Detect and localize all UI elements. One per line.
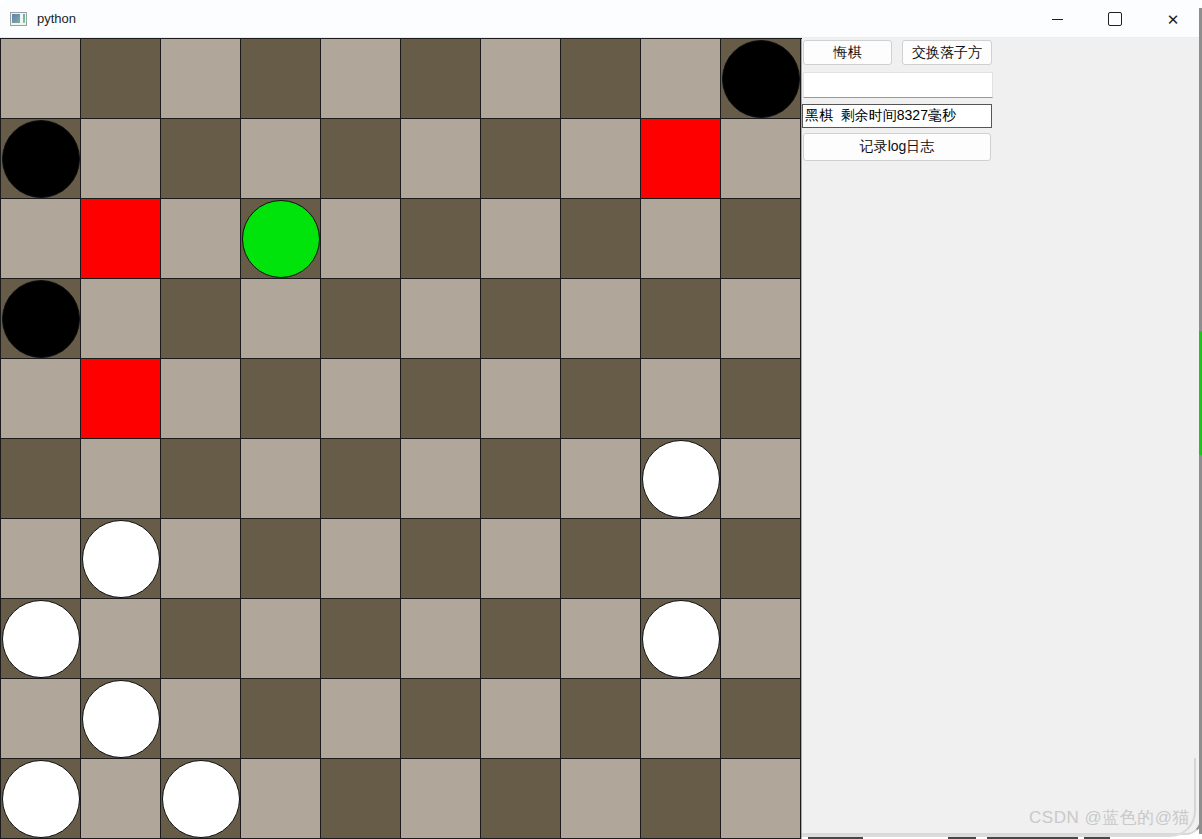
black-piece[interactable] xyxy=(2,280,80,358)
board-cell[interactable] xyxy=(81,519,161,599)
board-cell[interactable] xyxy=(641,599,721,679)
board-cell[interactable] xyxy=(1,39,81,119)
board-cell[interactable] xyxy=(561,39,641,119)
board-cell[interactable] xyxy=(721,119,801,199)
board-cell[interactable] xyxy=(321,279,401,359)
board-cell[interactable] xyxy=(641,679,721,759)
close-icon: ✕ xyxy=(1167,12,1180,27)
board-cell[interactable] xyxy=(81,679,161,759)
board-cell[interactable] xyxy=(641,759,721,839)
window-controls: ✕ xyxy=(1028,0,1202,38)
board-cell[interactable] xyxy=(641,359,721,439)
board[interactable] xyxy=(0,38,802,839)
minimize-button[interactable] xyxy=(1028,0,1086,38)
board-cell[interactable] xyxy=(1,199,81,279)
board-cell[interactable] xyxy=(401,119,481,199)
board-cell[interactable] xyxy=(161,279,241,359)
black-piece[interactable] xyxy=(722,40,800,118)
board-cell[interactable] xyxy=(81,359,161,439)
maximize-icon xyxy=(1108,12,1122,26)
board-cell[interactable] xyxy=(1,439,81,519)
board-cell[interactable] xyxy=(401,759,481,839)
board-cell[interactable] xyxy=(561,279,641,359)
board-cell[interactable] xyxy=(641,119,721,199)
move-input[interactable] xyxy=(803,72,993,98)
board-cell[interactable] xyxy=(721,439,801,519)
board-cell[interactable] xyxy=(481,519,561,599)
board-cell[interactable] xyxy=(161,599,241,679)
board-cell[interactable] xyxy=(241,279,321,359)
board-cell[interactable] xyxy=(161,199,241,279)
board-cell[interactable] xyxy=(481,119,561,199)
board-cell[interactable] xyxy=(561,599,641,679)
board-cell[interactable] xyxy=(81,759,161,839)
board-cell[interactable] xyxy=(1,519,81,599)
board-cell[interactable] xyxy=(241,439,321,519)
board-cell[interactable] xyxy=(241,759,321,839)
board-cell[interactable] xyxy=(161,679,241,759)
log-button[interactable]: 记录log日志 xyxy=(803,133,991,161)
board-cell[interactable] xyxy=(161,519,241,599)
undo-move-button[interactable]: 悔棋 xyxy=(803,40,892,65)
white-piece[interactable] xyxy=(2,760,80,838)
close-button[interactable]: ✕ xyxy=(1144,0,1202,38)
board-cell[interactable] xyxy=(721,759,801,839)
board-cell[interactable] xyxy=(1,119,81,199)
board-cell[interactable] xyxy=(561,119,641,199)
board-cell[interactable] xyxy=(1,279,81,359)
board-cell[interactable] xyxy=(561,439,641,519)
white-piece[interactable] xyxy=(642,600,720,678)
board-cell[interactable] xyxy=(321,119,401,199)
board-cell[interactable] xyxy=(641,519,721,599)
board-cell[interactable] xyxy=(241,119,321,199)
board-cell[interactable] xyxy=(641,199,721,279)
board-cell[interactable] xyxy=(561,199,641,279)
board-cell[interactable] xyxy=(321,39,401,119)
app-icon-pane xyxy=(12,14,20,23)
board-cell[interactable] xyxy=(721,359,801,439)
board-cell[interactable] xyxy=(241,519,321,599)
board-cell[interactable] xyxy=(321,199,401,279)
green-piece[interactable] xyxy=(242,200,320,278)
board-cell[interactable] xyxy=(1,759,81,839)
board-cell[interactable] xyxy=(561,679,641,759)
board-cell[interactable] xyxy=(721,519,801,599)
board-cell[interactable] xyxy=(81,39,161,119)
board-cell[interactable] xyxy=(481,599,561,679)
white-piece[interactable] xyxy=(162,760,240,838)
board-cell[interactable] xyxy=(401,279,481,359)
board-cell[interactable] xyxy=(401,599,481,679)
board-cell[interactable] xyxy=(481,759,561,839)
board-cell[interactable] xyxy=(241,599,321,679)
board-cell[interactable] xyxy=(721,199,801,279)
board-cell[interactable] xyxy=(161,119,241,199)
window-title: python xyxy=(37,11,76,26)
board-cell[interactable] xyxy=(481,39,561,119)
board-cell[interactable] xyxy=(81,119,161,199)
board-cell[interactable] xyxy=(561,359,641,439)
board-cell[interactable] xyxy=(81,199,161,279)
white-piece[interactable] xyxy=(82,680,160,758)
board-cell[interactable] xyxy=(161,39,241,119)
board-cell[interactable] xyxy=(721,279,801,359)
title-bar: python xyxy=(0,0,1202,38)
minimize-icon xyxy=(1052,19,1063,20)
board-cell[interactable] xyxy=(161,359,241,439)
board-cell[interactable] xyxy=(481,439,561,519)
board-cell[interactable] xyxy=(81,279,161,359)
board-cell[interactable] xyxy=(721,599,801,679)
watermark-text: CSDN @蓝色的@猫 xyxy=(1029,806,1190,829)
board-cell[interactable] xyxy=(721,679,801,759)
board-cell[interactable] xyxy=(401,39,481,119)
board-cell[interactable] xyxy=(241,199,321,279)
board-cell[interactable] xyxy=(321,519,401,599)
board-cell[interactable] xyxy=(321,359,401,439)
board-cell[interactable] xyxy=(561,519,641,599)
board-cell[interactable] xyxy=(321,439,401,519)
board-cell[interactable] xyxy=(1,359,81,439)
board-cell[interactable] xyxy=(561,759,641,839)
board-cell[interactable] xyxy=(641,439,721,519)
maximize-button[interactable] xyxy=(1086,0,1144,38)
board-cell[interactable] xyxy=(241,39,321,119)
white-piece[interactable] xyxy=(642,440,720,518)
board-cell[interactable] xyxy=(401,439,481,519)
board-cell[interactable] xyxy=(641,39,721,119)
board-cell[interactable] xyxy=(1,599,81,679)
board-cell[interactable] xyxy=(401,679,481,759)
turn-timer-label: 黑棋 剩余时间8327毫秒 xyxy=(802,104,992,128)
board-cell[interactable] xyxy=(481,679,561,759)
black-piece[interactable] xyxy=(2,120,80,198)
board-cell[interactable] xyxy=(481,359,561,439)
board-cell[interactable] xyxy=(321,599,401,679)
board-cell[interactable] xyxy=(481,279,561,359)
white-piece[interactable] xyxy=(82,520,160,598)
board-cell[interactable] xyxy=(161,759,241,839)
board-cell[interactable] xyxy=(481,199,561,279)
board-cell[interactable] xyxy=(401,199,481,279)
board-cell[interactable] xyxy=(81,439,161,519)
white-piece[interactable] xyxy=(2,600,80,678)
board-cell[interactable] xyxy=(161,439,241,519)
board-cell[interactable] xyxy=(1,679,81,759)
board-cell[interactable] xyxy=(241,679,321,759)
board-cell[interactable] xyxy=(321,759,401,839)
board-cell[interactable] xyxy=(641,279,721,359)
swap-sides-button[interactable]: 交换落子方 xyxy=(902,40,992,65)
app-icon-bar xyxy=(23,14,25,23)
app-icon xyxy=(10,12,27,26)
board-cell[interactable] xyxy=(401,519,481,599)
board-cell[interactable] xyxy=(241,359,321,439)
board-cell[interactable] xyxy=(721,39,801,119)
board-cell[interactable] xyxy=(321,679,401,759)
board-cell[interactable] xyxy=(81,599,161,679)
board-cell[interactable] xyxy=(401,359,481,439)
